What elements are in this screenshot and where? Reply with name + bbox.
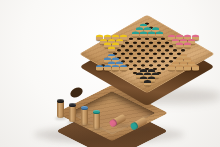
loose-peg-standing-black[interactable] [57,100,64,118]
loose-peg-standing-black[interactable] [69,104,76,122]
peg-cap [93,110,100,115]
loose-peg-standing-blue[interactable] [81,107,88,125]
scene [0,0,220,147]
loose-peg-lying-green[interactable] [130,117,147,130]
peg-cap [57,99,64,104]
loose-peg-standing-teal[interactable] [93,111,100,129]
loose-pegs [0,0,220,147]
peg-cap [69,103,76,108]
peg-cap [81,106,88,111]
loose-peg-lying-pink[interactable] [109,114,126,127]
